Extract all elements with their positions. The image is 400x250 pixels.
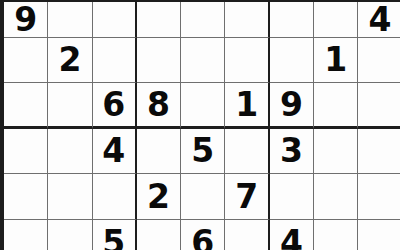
sudoku-cell-r6c8[interactable] xyxy=(314,220,358,250)
sudoku-cell-r4c1[interactable] xyxy=(4,129,48,175)
sudoku-cell-r4c2[interactable] xyxy=(48,129,92,175)
given-digit: 4 xyxy=(102,134,125,167)
given-digit: 4 xyxy=(280,226,303,250)
given-digit: 2 xyxy=(147,180,170,213)
sudoku-cell-r2c8[interactable]: 1 xyxy=(314,38,358,84)
given-digit: 6 xyxy=(191,226,214,250)
sudoku-cell-r1c5[interactable] xyxy=(181,2,225,38)
given-digit: 6 xyxy=(102,88,125,121)
sudoku-cell-r5c7[interactable] xyxy=(270,174,314,220)
sudoku-cell-r1c9[interactable]: 4 xyxy=(358,2,400,38)
given-digit: 4 xyxy=(369,3,392,36)
sudoku-board: 9421681945327564 xyxy=(0,0,400,250)
sudoku-cell-r4c3[interactable]: 4 xyxy=(93,129,137,175)
sudoku-cell-r1c7[interactable] xyxy=(270,2,314,38)
sudoku-cell-r3c1[interactable] xyxy=(4,83,48,129)
sudoku-cell-r6c2[interactable] xyxy=(48,220,92,250)
sudoku-cell-r6c6[interactable] xyxy=(225,220,269,250)
sudoku-cell-r4c5[interactable]: 5 xyxy=(181,129,225,175)
sudoku-cell-r2c2[interactable]: 2 xyxy=(48,38,92,84)
given-digit: 5 xyxy=(102,226,125,250)
sudoku-cell-r1c4[interactable] xyxy=(137,2,181,38)
sudoku-cell-r5c8[interactable] xyxy=(314,174,358,220)
given-digit: 9 xyxy=(14,3,37,36)
given-digit: 2 xyxy=(58,43,81,76)
sudoku-cell-r3c6[interactable]: 1 xyxy=(225,83,269,129)
given-digit: 7 xyxy=(235,180,258,213)
scanned-sudoku-page: 9421681945327564 xyxy=(0,0,400,250)
sudoku-cell-r5c6[interactable]: 7 xyxy=(225,174,269,220)
sudoku-cell-r1c2[interactable] xyxy=(48,2,92,38)
sudoku-cell-r3c8[interactable] xyxy=(314,83,358,129)
sudoku-cell-r5c9[interactable] xyxy=(358,174,400,220)
sudoku-cell-r2c6[interactable] xyxy=(225,38,269,84)
sudoku-cell-r6c1[interactable] xyxy=(4,220,48,250)
sudoku-cell-r4c7[interactable]: 3 xyxy=(270,129,314,175)
sudoku-cell-r3c2[interactable] xyxy=(48,83,92,129)
sudoku-cell-r1c1[interactable]: 9 xyxy=(4,2,48,38)
sudoku-cell-r5c2[interactable] xyxy=(48,174,92,220)
sudoku-cell-r4c6[interactable] xyxy=(225,129,269,175)
given-digit: 3 xyxy=(280,134,303,167)
sudoku-cell-r4c4[interactable] xyxy=(137,129,181,175)
given-digit: 9 xyxy=(280,88,303,121)
given-digit: 5 xyxy=(191,134,214,167)
given-digit: 1 xyxy=(324,43,347,76)
sudoku-cell-r2c3[interactable] xyxy=(93,38,137,84)
sudoku-cell-r2c5[interactable] xyxy=(181,38,225,84)
sudoku-cell-r6c7[interactable]: 4 xyxy=(270,220,314,250)
sudoku-cell-r1c3[interactable] xyxy=(93,2,137,38)
sudoku-cell-r6c9[interactable] xyxy=(358,220,400,250)
sudoku-cell-r6c4[interactable] xyxy=(137,220,181,250)
sudoku-cell-r5c5[interactable] xyxy=(181,174,225,220)
sudoku-cell-r3c5[interactable] xyxy=(181,83,225,129)
sudoku-cell-r2c9[interactable] xyxy=(358,38,400,84)
sudoku-cell-r5c4[interactable]: 2 xyxy=(137,174,181,220)
sudoku-cell-r1c6[interactable] xyxy=(225,2,269,38)
sudoku-cell-r6c5[interactable]: 6 xyxy=(181,220,225,250)
sudoku-cell-r5c3[interactable] xyxy=(93,174,137,220)
sudoku-cell-r6c3[interactable]: 5 xyxy=(93,220,137,250)
sudoku-cell-r1c8[interactable] xyxy=(314,2,358,38)
sudoku-cell-r3c9[interactable] xyxy=(358,83,400,129)
given-digit: 1 xyxy=(235,88,258,121)
sudoku-cell-r5c1[interactable] xyxy=(4,174,48,220)
sudoku-cell-r3c4[interactable]: 8 xyxy=(137,83,181,129)
sudoku-cell-r4c9[interactable] xyxy=(358,129,400,175)
given-digit: 8 xyxy=(147,88,170,121)
sudoku-cell-r3c7[interactable]: 9 xyxy=(270,83,314,129)
sudoku-cell-r2c4[interactable] xyxy=(137,38,181,84)
sudoku-cell-r2c7[interactable] xyxy=(270,38,314,84)
sudoku-cell-r3c3[interactable]: 6 xyxy=(93,83,137,129)
sudoku-cell-r4c8[interactable] xyxy=(314,129,358,175)
sudoku-cell-r2c1[interactable] xyxy=(4,38,48,84)
